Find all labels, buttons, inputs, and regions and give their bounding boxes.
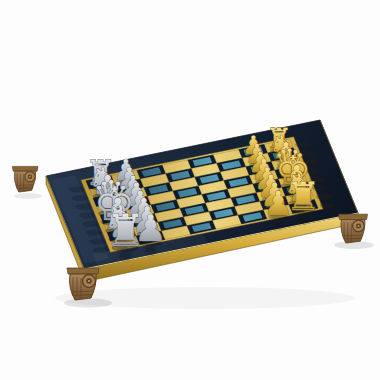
- leg-volute-dot: [358, 225, 360, 227]
- piece-silver-rook: ♜: [105, 205, 145, 257]
- leg-shadow-front-left: [64, 299, 112, 308]
- leg-volute-dot: [88, 280, 90, 282]
- border-reflection-gold: [320, 203, 336, 209]
- leg-abacus: [339, 214, 368, 219]
- leg-volute-dot: [29, 176, 31, 178]
- piece-gold-pawn: ♟: [263, 184, 293, 223]
- leg-shadow-back-left: [14, 193, 42, 199]
- chess-board-3d-scene: ♜♟♞♟♝♟♛♟♟♚♜♟♟♝♞♟♟♞♝♟♟♜♛♟♟♚♟♝♟♞♟♜: [0, 0, 380, 380]
- border-reflection-silver: [68, 186, 84, 192]
- border-reflection-silver: [76, 204, 92, 210]
- leg-abacus: [67, 268, 99, 274]
- border-reflection-silver: [72, 195, 88, 201]
- leg-abacus: [12, 166, 38, 171]
- chess-set-product-photo: ♜♟♞♟♝♟♛♟♟♚♜♟♟♝♞♟♟♞♝♟♟♜♛♟♟♚♟♝♟♞♟♜: [0, 0, 380, 380]
